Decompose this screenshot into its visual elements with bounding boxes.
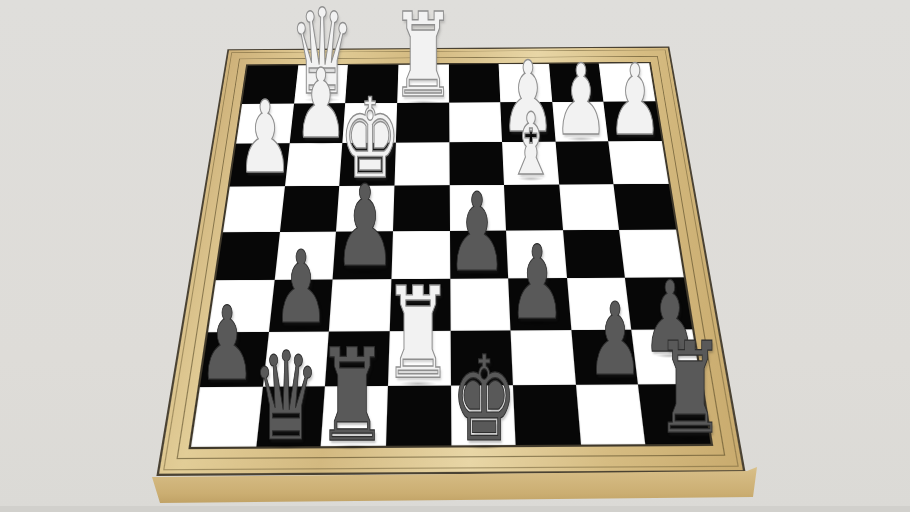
ground-strip xyxy=(0,506,910,512)
piece-white-pawn-a3[interactable]: ♟ xyxy=(237,92,293,184)
square-h4[interactable] xyxy=(614,184,676,230)
piece-black-pawn-a7[interactable]: ♟ xyxy=(199,297,256,391)
piece-white-rook-d7[interactable]: ♜ xyxy=(383,276,453,392)
square-e1[interactable] xyxy=(448,64,500,102)
piece-white-bishop-f3[interactable]: ♝ xyxy=(507,105,555,184)
piece-black-rook-h8[interactable]: ♜ xyxy=(655,331,725,447)
square-d3[interactable] xyxy=(394,142,449,185)
piece-black-pawn-g7[interactable]: ♟ xyxy=(587,294,643,386)
square-g4[interactable] xyxy=(559,184,619,230)
piece-black-pawn-f6[interactable]: ♟ xyxy=(509,236,566,330)
piece-white-pawn-g2[interactable]: ♟ xyxy=(554,55,608,145)
square-f8[interactable] xyxy=(513,385,581,445)
piece-black-pawn-e5[interactable]: ♟ xyxy=(447,183,507,282)
scene: ♛♜♟♟♟♟♟♝♚♟♟♟♟♟♟♟♜♜♛♜♚ xyxy=(0,0,910,512)
square-g5[interactable] xyxy=(563,229,626,278)
square-a5[interactable] xyxy=(216,232,280,281)
square-e2[interactable] xyxy=(449,102,502,142)
piece-black-queen-b8[interactable]: ♛ xyxy=(252,341,320,453)
piece-black-king-e8[interactable]: ♚ xyxy=(451,345,517,454)
piece-white-pawn-h2[interactable]: ♟ xyxy=(608,55,662,145)
square-d4[interactable] xyxy=(393,185,450,231)
piece-black-rook-c8[interactable]: ♜ xyxy=(316,337,387,455)
